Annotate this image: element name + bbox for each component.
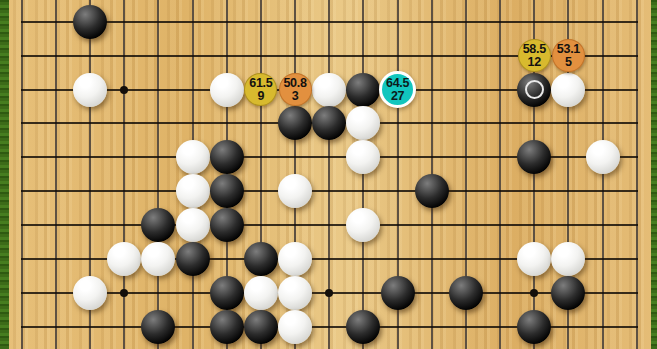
white-stone [551, 73, 585, 107]
grid-line-horizontal [21, 224, 638, 226]
suggestion-winrate-label: 50.8 [283, 77, 306, 90]
white-stone [176, 140, 210, 174]
white-stone [312, 73, 346, 107]
suggestion-visits-label: 12 [528, 56, 541, 69]
last-move-marker [525, 80, 544, 99]
black-stone [244, 242, 278, 276]
black-stone [210, 140, 244, 174]
white-stone [278, 310, 312, 344]
white-stone [73, 73, 107, 107]
black-stone [210, 276, 244, 310]
go-analysis-screenshot: 61.5950.8364.52758.51253.15 [0, 0, 657, 349]
white-stone [107, 242, 141, 276]
move-suggestion-Q17[interactable]: 58.512 [518, 39, 551, 72]
grid-line-vertical [499, 0, 501, 349]
white-stone [176, 174, 210, 208]
suggestion-winrate-label: 58.5 [523, 43, 546, 56]
black-stone [210, 174, 244, 208]
black-stone [415, 174, 449, 208]
black-stone [517, 310, 551, 344]
suggestion-visits-label: 9 [258, 90, 265, 103]
suggestion-visits-label: 3 [292, 90, 299, 103]
black-stone [141, 310, 175, 344]
table-edge-left [0, 0, 9, 349]
grid-line-vertical [157, 0, 159, 349]
black-stone [449, 276, 483, 310]
suggestion-winrate-label: 61.5 [249, 77, 272, 90]
black-stone [346, 310, 380, 344]
move-suggestion-R17[interactable]: 53.15 [552, 39, 585, 72]
suggestion-winrate-label: 64.5 [386, 77, 409, 90]
white-stone [278, 276, 312, 310]
move-suggestion-M16[interactable]: 64.527 [379, 71, 416, 108]
black-stone [381, 276, 415, 310]
grid-line-vertical [21, 0, 23, 349]
black-stone [176, 242, 210, 276]
white-stone [586, 140, 620, 174]
table-edge-right [651, 0, 657, 349]
white-stone [210, 73, 244, 107]
suggestion-visits-label: 27 [391, 90, 404, 103]
white-stone [244, 276, 278, 310]
suggestion-winrate-label: 53.1 [557, 43, 580, 56]
black-stone [73, 5, 107, 39]
grid-line-vertical [362, 0, 364, 349]
black-stone [210, 208, 244, 242]
white-stone [73, 276, 107, 310]
star-point [120, 86, 128, 94]
suggestion-visits-label: 5 [565, 56, 572, 69]
grid-line-horizontal [21, 190, 638, 192]
grid-line-vertical [636, 0, 638, 349]
white-stone [176, 208, 210, 242]
white-stone [278, 174, 312, 208]
white-stone [278, 242, 312, 276]
white-stone [517, 242, 551, 276]
black-stone [210, 310, 244, 344]
grid-line-vertical [602, 0, 604, 349]
move-suggestion-J16[interactable]: 50.83 [279, 73, 312, 106]
grid-line-horizontal [21, 21, 638, 23]
grid-line-vertical [55, 0, 57, 349]
black-stone [346, 73, 380, 107]
black-stone [244, 310, 278, 344]
